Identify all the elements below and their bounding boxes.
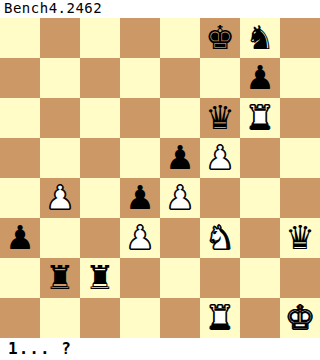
- square-c6[interactable]: [80, 98, 120, 138]
- piece-white-pawn: ♟: [205, 138, 235, 178]
- square-e7[interactable]: [160, 58, 200, 98]
- square-a6[interactable]: [0, 98, 40, 138]
- square-d2[interactable]: [120, 258, 160, 298]
- piece-white-king: ♚: [285, 298, 315, 338]
- square-c2[interactable]: ♜: [80, 258, 120, 298]
- square-g1[interactable]: [240, 298, 280, 338]
- square-d4[interactable]: ♟: [120, 178, 160, 218]
- square-b4[interactable]: ♟: [40, 178, 80, 218]
- square-e5[interactable]: ♟: [160, 138, 200, 178]
- piece-white-pawn: ♟: [45, 178, 75, 218]
- square-h6[interactable]: [280, 98, 320, 138]
- piece-black-pawn: ♟: [165, 138, 195, 178]
- square-f1[interactable]: ♜: [200, 298, 240, 338]
- square-g5[interactable]: [240, 138, 280, 178]
- square-f2[interactable]: [200, 258, 240, 298]
- square-a8[interactable]: [0, 18, 40, 58]
- square-e3[interactable]: [160, 218, 200, 258]
- square-a2[interactable]: [0, 258, 40, 298]
- move-prompt: 1... ?: [0, 338, 320, 360]
- square-b8[interactable]: [40, 18, 80, 58]
- piece-white-pawn: ♟: [165, 178, 195, 218]
- chess-board: ♚♞♟♛♜♟♟♟♟♟♟♟♞♛♜♜♜♚: [0, 18, 320, 338]
- piece-black-knight: ♞: [245, 18, 275, 58]
- square-d5[interactable]: [120, 138, 160, 178]
- square-c7[interactable]: [80, 58, 120, 98]
- square-c8[interactable]: [80, 18, 120, 58]
- square-d1[interactable]: [120, 298, 160, 338]
- square-c3[interactable]: [80, 218, 120, 258]
- square-b6[interactable]: [40, 98, 80, 138]
- square-g2[interactable]: [240, 258, 280, 298]
- square-b2[interactable]: ♜: [40, 258, 80, 298]
- square-f5[interactable]: ♟: [200, 138, 240, 178]
- square-d7[interactable]: [120, 58, 160, 98]
- square-b1[interactable]: [40, 298, 80, 338]
- square-g7[interactable]: ♟: [240, 58, 280, 98]
- square-h4[interactable]: [280, 178, 320, 218]
- square-b7[interactable]: [40, 58, 80, 98]
- piece-white-rook: ♜: [205, 298, 235, 338]
- square-c4[interactable]: [80, 178, 120, 218]
- square-e2[interactable]: [160, 258, 200, 298]
- square-d6[interactable]: [120, 98, 160, 138]
- square-c1[interactable]: [80, 298, 120, 338]
- piece-black-rook: ♜: [85, 258, 115, 298]
- square-e6[interactable]: [160, 98, 200, 138]
- square-f3[interactable]: ♞: [200, 218, 240, 258]
- square-f6[interactable]: ♛: [200, 98, 240, 138]
- square-d8[interactable]: [120, 18, 160, 58]
- piece-black-pawn: ♟: [125, 178, 155, 218]
- square-c5[interactable]: [80, 138, 120, 178]
- square-e1[interactable]: [160, 298, 200, 338]
- square-b5[interactable]: [40, 138, 80, 178]
- piece-black-king: ♚: [205, 18, 235, 58]
- square-g3[interactable]: [240, 218, 280, 258]
- square-f7[interactable]: [200, 58, 240, 98]
- square-e8[interactable]: [160, 18, 200, 58]
- square-b3[interactable]: [40, 218, 80, 258]
- square-h2[interactable]: [280, 258, 320, 298]
- square-g4[interactable]: [240, 178, 280, 218]
- square-a4[interactable]: [0, 178, 40, 218]
- square-f4[interactable]: [200, 178, 240, 218]
- piece-black-rook: ♜: [45, 258, 75, 298]
- piece-black-queen: ♛: [205, 98, 235, 138]
- square-g6[interactable]: ♜: [240, 98, 280, 138]
- square-a7[interactable]: [0, 58, 40, 98]
- position-title: Bench4.2462: [0, 0, 320, 18]
- piece-black-pawn: ♟: [5, 218, 35, 258]
- piece-black-pawn: ♟: [245, 58, 275, 98]
- square-h8[interactable]: [280, 18, 320, 58]
- square-h1[interactable]: ♚: [280, 298, 320, 338]
- piece-black-queen: ♛: [285, 218, 315, 258]
- square-h3[interactable]: ♛: [280, 218, 320, 258]
- square-h7[interactable]: [280, 58, 320, 98]
- piece-white-pawn: ♟: [125, 218, 155, 258]
- piece-white-rook: ♜: [245, 98, 275, 138]
- square-d3[interactable]: ♟: [120, 218, 160, 258]
- square-a5[interactable]: [0, 138, 40, 178]
- square-g8[interactable]: ♞: [240, 18, 280, 58]
- square-e4[interactable]: ♟: [160, 178, 200, 218]
- square-a3[interactable]: ♟: [0, 218, 40, 258]
- square-f8[interactable]: ♚: [200, 18, 240, 58]
- piece-white-knight: ♞: [205, 218, 235, 258]
- square-a1[interactable]: [0, 298, 40, 338]
- square-h5[interactable]: [280, 138, 320, 178]
